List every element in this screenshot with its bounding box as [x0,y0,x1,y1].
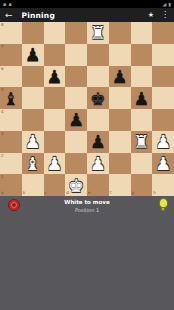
square-d4[interactable]: ♟ [65,109,87,131]
square-g1[interactable]: g [131,174,153,196]
square-f7[interactable] [109,44,131,66]
square-a4[interactable]: 4 [0,109,22,131]
square-f5[interactable] [109,87,131,109]
black-pawn-d4[interactable]: ♟ [65,109,87,131]
white-pawn-e2[interactable]: ♟ [87,153,109,175]
square-d6[interactable] [65,66,87,88]
rank-label-6: 6 [1,67,4,71]
square-f3[interactable] [109,131,131,153]
square-c3[interactable] [44,131,66,153]
rank-label-1: 1 [1,175,4,179]
file-label-b: b [23,191,26,195]
square-a5[interactable]: 5♝ [0,87,22,109]
rank-label-3: 3 [1,132,4,136]
square-g3[interactable]: ♜ [131,131,153,153]
square-b4[interactable] [22,109,44,131]
white-pawn-h2[interactable]: ♟ [152,153,174,175]
square-c8[interactable] [44,22,66,44]
square-h1[interactable]: h [152,174,174,196]
square-f8[interactable] [109,22,131,44]
square-h2[interactable]: ♟ [152,153,174,175]
page-title: Pinning [22,11,55,20]
square-g4[interactable] [131,109,153,131]
black-pawn-f6[interactable]: ♟ [109,66,131,88]
rank-label-2: 2 [1,154,4,158]
square-a3[interactable]: 3 [0,131,22,153]
square-a7[interactable]: 7 [0,44,22,66]
black-pawn-g5[interactable]: ♟ [131,87,153,109]
square-e2[interactable]: ♟ [87,153,109,175]
status-right-icons: ◢ ▮ [162,2,171,7]
square-f6[interactable]: ♟ [109,66,131,88]
square-g7[interactable] [131,44,153,66]
square-f4[interactable] [109,109,131,131]
move-status: White to move Position 1 [30,199,144,213]
square-h5[interactable] [152,87,174,109]
rank-label-7: 7 [1,45,4,49]
square-d3[interactable] [65,131,87,153]
square-d5[interactable] [65,87,87,109]
square-e1[interactable]: e [87,174,109,196]
white-king-d1[interactable]: ♚ [65,174,87,196]
white-pawn-b3[interactable]: ♟ [22,131,44,153]
file-label-c: c [45,191,47,195]
square-d1[interactable]: d♚ [65,174,87,196]
back-arrow-icon[interactable]: ← [5,11,13,20]
square-h3[interactable]: ♟ [152,131,174,153]
square-h8[interactable] [152,22,174,44]
file-label-h: h [153,191,156,195]
white-bishop-b2[interactable]: ♝ [22,153,44,175]
status-bar: ▪ ▪ ◢ ▮ [0,0,174,8]
notification-icon-2: ▪ [8,2,11,7]
square-g5[interactable]: ♟ [131,87,153,109]
square-b3[interactable]: ♟ [22,131,44,153]
notification-icon-1: ▪ [3,2,6,7]
file-label-e: e [88,191,90,195]
status-left-icons: ▪ ▪ [3,2,12,7]
square-c5[interactable] [44,87,66,109]
square-d8[interactable] [65,22,87,44]
square-e8[interactable]: ♜ [87,22,109,44]
square-c2[interactable]: ♟ [44,153,66,175]
chess-board[interactable]: 8♜7♟6♟♟5♝♚♟4♟3♟♟♜♟2♝♟♟♟1abcd♚efgh [0,22,174,196]
square-f2[interactable] [109,153,131,175]
square-e3[interactable]: ♟ [87,131,109,153]
file-label-a: a [1,191,3,195]
rank-label-8: 8 [1,23,4,27]
square-g6[interactable] [131,66,153,88]
square-h7[interactable] [152,44,174,66]
lightbulb-base [161,208,165,211]
white-rook-e8[interactable]: ♜ [87,22,109,44]
square-d2[interactable] [65,153,87,175]
square-d7[interactable] [65,44,87,66]
side-to-move-label: White to move [30,199,144,205]
square-f1[interactable]: f [109,174,131,196]
white-pawn-c2[interactable]: ♟ [44,153,66,175]
square-h6[interactable] [152,66,174,88]
square-e4[interactable] [87,109,109,131]
square-a2[interactable]: 2 [0,153,22,175]
file-label-g: g [132,191,135,195]
square-e5[interactable]: ♚ [87,87,109,109]
square-g8[interactable] [131,22,153,44]
square-a6[interactable]: 6 [0,66,22,88]
overflow-menu-icon[interactable]: ⋮ [161,11,169,19]
lightbulb-head [159,198,168,208]
timer-icon-face [11,202,17,208]
square-e6[interactable] [87,66,109,88]
app-bar: ← Pinning ★ ⋮ [0,8,174,22]
square-b5[interactable] [22,87,44,109]
square-a1[interactable]: 1a [0,174,22,196]
black-bishop-a5[interactable]: ♝ [0,87,22,109]
square-b6[interactable] [22,66,44,88]
square-b8[interactable] [22,22,44,44]
square-h4[interactable] [152,109,174,131]
black-pawn-c6[interactable]: ♟ [44,66,66,88]
square-c7[interactable] [44,44,66,66]
square-c6[interactable]: ♟ [44,66,66,88]
square-g2[interactable] [131,153,153,175]
star-icon[interactable]: ★ [148,12,154,19]
timer-icon [8,199,20,211]
signal-icon: ◢ [162,2,166,7]
square-b2[interactable]: ♝ [22,153,44,175]
square-c4[interactable] [44,109,66,131]
black-king-e5[interactable]: ♚ [87,87,109,109]
square-b7[interactable]: ♟ [22,44,44,66]
battery-icon: ▮ [168,2,171,7]
white-pawn-h3[interactable]: ♟ [152,131,174,153]
app-screen: ▪ ▪ ◢ ▮ ← Pinning ★ ⋮ 8♜7♟6♟♟5♝♚♟4♟3♟♟♜♟… [0,0,174,310]
file-label-f: f [110,191,111,195]
square-a8[interactable]: 8 [0,22,22,44]
position-label: Position 1 [30,207,144,213]
bottom-panel: White to move Position 1 [0,196,174,310]
square-b1[interactable]: b [22,174,44,196]
white-rook-g3[interactable]: ♜ [131,131,153,153]
hint-lightbulb-icon[interactable] [158,198,168,213]
black-pawn-b7[interactable]: ♟ [22,44,44,66]
black-pawn-e3[interactable]: ♟ [87,131,109,153]
square-e7[interactable] [87,44,109,66]
square-c1[interactable]: c [44,174,66,196]
rank-label-4: 4 [1,110,4,114]
